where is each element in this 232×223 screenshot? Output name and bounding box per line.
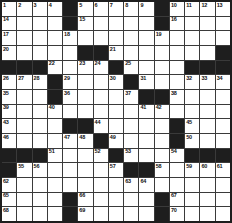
grid-cell[interactable]: 37	[124, 90, 138, 104]
grid-cell[interactable]	[17, 17, 31, 31]
clue-number: 10	[171, 3, 177, 9]
grid-cell[interactable]	[124, 119, 138, 133]
grid-cell[interactable]	[17, 193, 31, 207]
clue-number: 70	[171, 208, 177, 214]
grid-cell[interactable]	[109, 193, 123, 207]
grid-cell[interactable]: 32	[185, 75, 199, 89]
clue-number: 37	[125, 91, 131, 97]
grid-cell[interactable]	[17, 105, 31, 119]
grid-cell[interactable]	[139, 134, 153, 148]
clue-number: 46	[3, 135, 9, 141]
grid-cell[interactable]: 29	[63, 75, 77, 89]
clue-number: 9	[140, 3, 143, 9]
clue-number: 31	[140, 76, 146, 82]
black-square	[48, 90, 62, 104]
grid-cell[interactable]	[17, 46, 31, 60]
black-square	[155, 2, 169, 16]
grid-cell[interactable]	[139, 31, 153, 45]
clue-number: 14	[3, 17, 9, 23]
clue-number: 55	[18, 164, 24, 170]
clue-number: 58	[156, 164, 162, 170]
clue-number: 63	[125, 179, 131, 185]
grid-cell[interactable]: 39	[2, 105, 16, 119]
clue-number: 6	[95, 3, 98, 9]
grid-cell[interactable]	[33, 31, 47, 45]
grid-cell[interactable]	[109, 105, 123, 119]
grid-cell[interactable]	[155, 119, 169, 133]
grid-cell[interactable]: 46	[2, 134, 16, 148]
grid-cell[interactable]	[48, 163, 62, 177]
grid-cell[interactable]	[48, 119, 62, 133]
grid-cell[interactable]	[17, 119, 31, 133]
grid-cell[interactable]: 66	[78, 193, 92, 207]
grid-cell[interactable]	[109, 17, 123, 31]
clue-number: 24	[95, 61, 101, 67]
grid-cell[interactable]: 55	[17, 163, 31, 177]
grid-cell[interactable]	[200, 193, 214, 207]
grid-cell[interactable]: 34	[216, 75, 230, 89]
grid-cell[interactable]	[200, 178, 214, 192]
clue-number: 44	[95, 120, 101, 126]
grid-cell[interactable]: 33	[200, 75, 214, 89]
grid-cell[interactable]: 3	[33, 2, 47, 16]
grid-cell[interactable]	[33, 46, 47, 60]
grid-cell[interactable]	[63, 46, 77, 60]
clue-number: 30	[110, 76, 116, 82]
grid-cell[interactable]	[216, 31, 230, 45]
clue-number: 18	[64, 32, 70, 38]
grid-cell[interactable]	[170, 178, 184, 192]
grid-cell[interactable]	[185, 31, 199, 45]
grid-cell[interactable]	[124, 17, 138, 31]
grid-cell[interactable]	[94, 17, 108, 31]
grid-cell[interactable]: 10	[170, 2, 184, 16]
grid-cell[interactable]: 20	[2, 46, 16, 60]
grid-cell[interactable]: 65	[2, 193, 16, 207]
grid-cell[interactable]: 30	[109, 75, 123, 89]
grid-cell[interactable]	[155, 75, 169, 89]
clue-number: 52	[95, 149, 101, 155]
grid-cell[interactable]	[155, 134, 169, 148]
black-square	[33, 149, 47, 163]
grid-cell[interactable]	[17, 178, 31, 192]
grid-cell[interactable]: 15	[78, 17, 92, 31]
grid-cell[interactable]: 24	[94, 61, 108, 75]
grid-cell[interactable]	[78, 90, 92, 104]
grid-cell[interactable]: 57	[109, 163, 123, 177]
grid-cell[interactable]: 16	[170, 17, 184, 31]
grid-cell[interactable]	[17, 31, 31, 45]
black-square	[170, 134, 184, 148]
clue-number: 29	[64, 76, 70, 82]
grid-cell[interactable]	[124, 134, 138, 148]
grid-cell[interactable]: 49	[109, 134, 123, 148]
grid-cell[interactable]	[63, 163, 77, 177]
grid-cell[interactable]: 64	[139, 178, 153, 192]
clue-number: 39	[3, 105, 9, 111]
clue-number: 40	[49, 105, 55, 111]
grid-cell[interactable]	[78, 178, 92, 192]
grid-cell[interactable]	[139, 193, 153, 207]
grid-cell[interactable]	[48, 193, 62, 207]
grid-cell[interactable]	[94, 31, 108, 45]
clue-number: 68	[3, 208, 9, 214]
black-square	[109, 61, 123, 75]
grid-cell[interactable]: 38	[170, 90, 184, 104]
grid-cell[interactable]	[216, 178, 230, 192]
grid-cell[interactable]	[155, 149, 169, 163]
clue-number: 8	[125, 3, 128, 9]
clue-number: 33	[201, 76, 207, 82]
grid-cell[interactable]	[48, 46, 62, 60]
grid-cell[interactable]: 26	[2, 75, 16, 89]
clue-number: 22	[49, 61, 55, 67]
black-square	[216, 46, 230, 60]
black-square	[124, 75, 138, 89]
grid-cell[interactable]: 22	[48, 61, 62, 75]
grid-cell[interactable]: 40	[48, 105, 62, 119]
grid-cell[interactable]	[63, 61, 77, 75]
clue-number: 50	[186, 135, 192, 141]
black-square	[139, 163, 153, 177]
grid-cell[interactable]	[33, 178, 47, 192]
grid-cell[interactable]	[185, 46, 199, 60]
black-square	[94, 46, 108, 60]
clue-number: 69	[79, 208, 85, 214]
clue-number: 4	[49, 3, 52, 9]
clue-number: 64	[140, 179, 146, 185]
grid-cell[interactable]	[200, 134, 214, 148]
grid-cell[interactable]: 27	[17, 75, 31, 89]
grid-cell[interactable]: 14	[2, 17, 16, 31]
clue-number: 61	[217, 164, 223, 170]
clue-number: 20	[3, 47, 9, 53]
black-square	[2, 149, 16, 163]
grid-cell[interactable]	[94, 178, 108, 192]
grid-cell[interactable]: 69	[78, 207, 92, 221]
grid-cell[interactable]: 70	[170, 207, 184, 221]
grid-cell[interactable]	[94, 105, 108, 119]
grid-cell[interactable]: 13	[216, 2, 230, 16]
grid-cell[interactable]	[33, 17, 47, 31]
grid-cell[interactable]	[124, 105, 138, 119]
clue-number: 62	[3, 179, 9, 185]
grid-cell[interactable]	[94, 90, 108, 104]
black-square	[2, 163, 16, 177]
clue-number: 13	[217, 3, 223, 9]
grid-cell[interactable]	[155, 61, 169, 75]
black-square	[94, 134, 108, 148]
grid-cell[interactable]	[94, 207, 108, 221]
grid-cell[interactable]	[109, 31, 123, 45]
grid-cell[interactable]: 68	[2, 207, 16, 221]
clue-number: 42	[156, 105, 162, 111]
grid-cell[interactable]	[48, 178, 62, 192]
grid-cell[interactable]	[170, 31, 184, 45]
grid-cell[interactable]: 35	[2, 90, 16, 104]
black-square	[155, 90, 169, 104]
black-square	[48, 75, 62, 89]
grid-cell[interactable]	[17, 207, 31, 221]
clue-number: 56	[34, 164, 40, 170]
grid-cell[interactable]	[200, 105, 214, 119]
grid-cell[interactable]	[139, 207, 153, 221]
grid-cell[interactable]	[48, 31, 62, 45]
clue-number: 51	[49, 149, 55, 155]
grid-cell[interactable]: 54	[170, 149, 184, 163]
grid-cell[interactable]	[63, 178, 77, 192]
clue-number: 16	[171, 17, 177, 23]
black-square	[109, 149, 123, 163]
grid-cell[interactable]: 58	[155, 163, 169, 177]
grid-cell[interactable]	[155, 46, 169, 60]
crossword-page: 1234567891011121314151617181920212223242…	[0, 0, 232, 223]
grid-cell[interactable]	[139, 17, 153, 31]
grid-cell[interactable]	[216, 90, 230, 104]
grid-cell[interactable]	[216, 134, 230, 148]
black-square	[2, 61, 16, 75]
grid-cell[interactable]: 12	[200, 2, 214, 16]
black-square	[17, 149, 31, 163]
grid-cell[interactable]: 1	[2, 2, 16, 16]
grid-cell[interactable]	[200, 17, 214, 31]
clue-number: 26	[3, 76, 9, 82]
grid-cell[interactable]	[216, 207, 230, 221]
grid-cell[interactable]	[109, 207, 123, 221]
clue-number: 25	[125, 61, 131, 67]
grid-cell[interactable]	[185, 178, 199, 192]
black-square	[63, 119, 77, 133]
grid-cell[interactable]	[48, 207, 62, 221]
clue-number: 21	[110, 47, 116, 53]
grid-cell[interactable]: 61	[216, 163, 230, 177]
grid-cell[interactable]: 62	[2, 178, 16, 192]
grid-cell[interactable]	[17, 90, 31, 104]
grid-cell[interactable]: 19	[155, 31, 169, 45]
clue-number: 49	[110, 135, 116, 141]
clue-number: 23	[79, 61, 85, 67]
clue-number: 35	[3, 91, 9, 97]
clue-number: 19	[156, 32, 162, 38]
clue-number: 28	[34, 76, 40, 82]
black-square	[185, 61, 199, 75]
grid-cell[interactable]: 41	[139, 105, 153, 119]
grid-cell[interactable]	[170, 61, 184, 75]
grid-cell[interactable]	[170, 46, 184, 60]
grid-cell[interactable]: 48	[78, 134, 92, 148]
grid-cell[interactable]: 52	[94, 149, 108, 163]
black-square	[200, 149, 214, 163]
grid-cell[interactable]: 47	[63, 134, 77, 148]
clue-number: 45	[186, 120, 192, 126]
grid-cell[interactable]	[48, 134, 62, 148]
clue-number: 38	[171, 91, 177, 97]
grid-cell[interactable]	[139, 46, 153, 60]
grid-cell[interactable]: 11	[185, 2, 199, 16]
clue-number: 67	[171, 193, 177, 199]
clue-number: 11	[186, 3, 191, 9]
grid-cell[interactable]	[17, 134, 31, 148]
grid-cell[interactable]	[216, 193, 230, 207]
grid-cell[interactable]	[170, 75, 184, 89]
grid-cell[interactable]	[33, 193, 47, 207]
grid-cell[interactable]	[216, 105, 230, 119]
black-square	[216, 149, 230, 163]
grid-cell[interactable]	[109, 178, 123, 192]
grid-cell[interactable]: 59	[185, 163, 199, 177]
grid-cell[interactable]: 7	[109, 2, 123, 16]
black-square	[155, 207, 169, 221]
grid-cell[interactable]: 44	[94, 119, 108, 133]
grid-cell[interactable]	[155, 178, 169, 192]
grid-cell[interactable]	[94, 163, 108, 177]
clue-number: 53	[125, 149, 131, 155]
grid-cell[interactable]	[33, 134, 47, 148]
clue-number: 2	[18, 3, 21, 9]
grid-cell[interactable]: 9	[139, 2, 153, 16]
grid-cell[interactable]	[200, 119, 214, 133]
black-square	[185, 149, 199, 163]
clue-number: 7	[110, 3, 113, 9]
clue-number: 36	[64, 91, 70, 97]
grid-cell[interactable]: 51	[48, 149, 62, 163]
grid-cell[interactable]: 50	[185, 134, 199, 148]
grid-cell[interactable]: 63	[124, 178, 138, 192]
grid-cell[interactable]	[170, 105, 184, 119]
black-square	[216, 61, 230, 75]
black-square	[124, 163, 138, 177]
grid-cell[interactable]	[78, 149, 92, 163]
grid-cell[interactable]	[200, 90, 214, 104]
clue-number: 41	[140, 105, 146, 111]
clue-number: 60	[201, 164, 207, 170]
clue-number: 59	[186, 164, 192, 170]
grid-cell[interactable]: 31	[139, 75, 153, 89]
grid-cell[interactable]: 2	[17, 2, 31, 16]
grid-cell[interactable]	[216, 17, 230, 31]
grid-cell[interactable]: 18	[63, 31, 77, 45]
grid-cell[interactable]: 21	[109, 46, 123, 60]
grid-cell[interactable]	[200, 31, 214, 45]
clue-number: 65	[3, 193, 9, 199]
grid-cell[interactable]	[78, 105, 92, 119]
grid-cell[interactable]	[94, 193, 108, 207]
grid-cell[interactable]	[200, 207, 214, 221]
black-square	[155, 193, 169, 207]
grid-cell[interactable]	[78, 31, 92, 45]
clue-number: 47	[64, 135, 70, 141]
clue-number: 27	[18, 76, 24, 82]
black-square	[63, 17, 77, 31]
clue-number: 43	[3, 120, 9, 126]
grid-cell[interactable]	[33, 207, 47, 221]
grid-cell[interactable]	[124, 207, 138, 221]
grid-cell[interactable]: 5	[78, 2, 92, 16]
grid-cell[interactable]: 23	[78, 61, 92, 75]
grid-cell[interactable]	[109, 119, 123, 133]
grid-cell[interactable]: 45	[185, 119, 199, 133]
grid-cell[interactable]: 42	[155, 105, 169, 119]
grid-cell[interactable]	[185, 207, 199, 221]
grid-cell[interactable]	[139, 119, 153, 133]
grid-cell[interactable]	[185, 90, 199, 104]
grid-cell[interactable]	[33, 90, 47, 104]
grid-cell[interactable]: 17	[2, 31, 16, 45]
grid-cell[interactable]	[216, 119, 230, 133]
grid-cell[interactable]	[139, 61, 153, 75]
clue-number: 32	[186, 76, 192, 82]
crossword-grid: 1234567891011121314151617181920212223242…	[0, 0, 232, 223]
grid-cell[interactable]	[170, 163, 184, 177]
grid-cell[interactable]: 67	[170, 193, 184, 207]
black-square	[17, 61, 31, 75]
clue-number: 54	[171, 149, 177, 155]
grid-cell[interactable]	[48, 17, 62, 31]
grid-cell[interactable]	[63, 149, 77, 163]
black-square	[78, 119, 92, 133]
grid-cell[interactable]	[124, 46, 138, 60]
clue-number: 12	[201, 3, 207, 9]
clue-number: 1	[3, 3, 6, 9]
clue-number: 66	[79, 193, 85, 199]
clue-number: 34	[217, 76, 223, 82]
black-square	[63, 2, 77, 16]
black-square	[63, 193, 77, 207]
black-square	[200, 61, 214, 75]
clue-number: 5	[79, 3, 82, 9]
grid-cell[interactable]: 6	[94, 2, 108, 16]
grid-cell[interactable]: 28	[33, 75, 47, 89]
grid-cell[interactable]	[139, 149, 153, 163]
grid-cell[interactable]: 43	[2, 119, 16, 133]
grid-cell[interactable]: 53	[124, 149, 138, 163]
grid-cell[interactable]	[124, 31, 138, 45]
black-square	[78, 46, 92, 60]
grid-cell[interactable]: 4	[48, 2, 62, 16]
grid-cell[interactable]: 60	[200, 163, 214, 177]
black-square	[170, 119, 184, 133]
grid-cell[interactable]: 56	[33, 163, 47, 177]
grid-cell[interactable]	[78, 163, 92, 177]
grid-cell[interactable]	[109, 90, 123, 104]
grid-cell[interactable]	[33, 119, 47, 133]
clue-number: 57	[110, 164, 116, 170]
grid-cell[interactable]: 25	[124, 61, 138, 75]
grid-cell[interactable]	[185, 105, 199, 119]
clue-number: 17	[3, 32, 9, 38]
grid-cell[interactable]	[124, 193, 138, 207]
grid-cell[interactable]	[33, 105, 47, 119]
black-square	[33, 61, 47, 75]
grid-cell[interactable]	[94, 75, 108, 89]
clue-number: 3	[34, 3, 37, 9]
grid-cell[interactable]	[200, 46, 214, 60]
grid-cell[interactable]	[78, 75, 92, 89]
grid-cell[interactable]	[185, 193, 199, 207]
grid-cell[interactable]	[63, 105, 77, 119]
clue-number: 15	[79, 17, 85, 23]
black-square	[63, 207, 77, 221]
grid-cell[interactable]: 36	[63, 90, 77, 104]
clue-number: 48	[79, 135, 85, 141]
grid-cell[interactable]: 8	[124, 2, 138, 16]
black-square	[155, 17, 169, 31]
black-square	[139, 90, 153, 104]
grid-cell[interactable]	[185, 17, 199, 31]
